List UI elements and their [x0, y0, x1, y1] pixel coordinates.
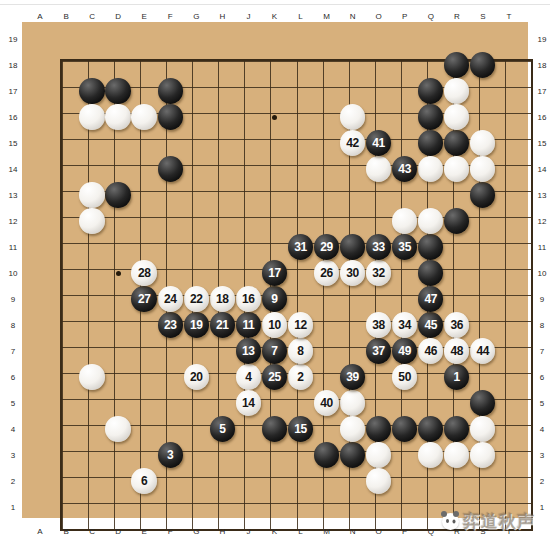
white-stone-H9: 18	[210, 286, 235, 311]
white-stone-S4	[470, 416, 495, 441]
row-label-left-8: 8	[11, 321, 15, 330]
black-stone-Q11	[418, 234, 443, 259]
white-stone-L6: 2	[288, 364, 313, 389]
col-label-bottom-D: D	[115, 526, 121, 535]
col-label-bottom-A: A	[37, 526, 42, 535]
white-stone-E16	[131, 104, 156, 129]
col-label-top-Q: Q	[428, 12, 434, 21]
white-stone-O2	[366, 468, 391, 493]
row-label-left-7: 7	[11, 347, 15, 356]
black-stone-K6: 25	[262, 364, 287, 389]
black-stone-H8: 21	[210, 312, 235, 337]
black-stone-F16	[158, 104, 183, 129]
row-label-left-14: 14	[9, 165, 18, 174]
col-label-top-T: T	[507, 12, 512, 21]
row-label-right-18: 18	[538, 61, 547, 70]
white-stone-C16	[79, 104, 104, 129]
black-stone-L11: 31	[288, 234, 313, 259]
row-label-left-10: 10	[9, 269, 18, 278]
black-stone-O15: 41	[366, 130, 391, 155]
col-label-bottom-H: H	[220, 526, 226, 535]
black-stone-O7: 37	[366, 338, 391, 363]
row-label-right-2: 2	[540, 477, 544, 486]
col-label-top-O: O	[376, 12, 382, 21]
move-number: 17	[268, 267, 281, 279]
black-stone-N6: 39	[340, 364, 365, 389]
move-number: 36	[450, 319, 463, 331]
row-label-right-10: 10	[538, 269, 547, 278]
move-number: 43	[398, 163, 411, 175]
black-stone-G8: 19	[184, 312, 209, 337]
white-stone-L7: 8	[288, 338, 313, 363]
black-stone-C17	[79, 78, 104, 103]
star-point-K16	[272, 115, 277, 120]
row-label-right-6: 6	[540, 373, 544, 382]
move-number: 23	[164, 319, 177, 331]
black-stone-M3	[314, 442, 339, 467]
white-stone-Q12	[418, 208, 443, 233]
black-stone-Q17	[418, 78, 443, 103]
move-number: 24	[164, 293, 177, 305]
move-number: 25	[268, 371, 281, 383]
move-number: 30	[346, 267, 359, 279]
black-stone-F8: 23	[158, 312, 183, 337]
black-stone-S13	[470, 182, 495, 207]
black-stone-Q8: 45	[418, 312, 443, 337]
move-number: 50	[398, 371, 411, 383]
black-stone-K9: 9	[262, 286, 287, 311]
white-stone-O3	[366, 442, 391, 467]
white-stone-C12	[79, 208, 104, 233]
black-stone-M11: 29	[314, 234, 339, 259]
row-label-right-12: 12	[538, 217, 547, 226]
watermark: 弈道秋声	[442, 507, 535, 535]
row-label-left-12: 12	[9, 217, 18, 226]
move-number: 33	[372, 241, 385, 253]
move-number: 2	[297, 371, 303, 383]
move-number: 12	[294, 319, 307, 331]
col-label-top-J: J	[246, 12, 250, 21]
white-stone-Q7: 46	[418, 338, 443, 363]
row-label-left-11: 11	[9, 243, 17, 252]
col-label-top-B: B	[63, 12, 68, 21]
white-stone-J6: 4	[236, 364, 261, 389]
white-stone-D16	[105, 104, 130, 129]
white-stone-M10: 26	[314, 260, 339, 285]
row-label-left-17: 17	[9, 87, 18, 96]
white-stone-R17	[444, 78, 469, 103]
black-stone-Q9: 47	[418, 286, 443, 311]
move-number: 49	[398, 345, 411, 357]
black-stone-O11: 33	[366, 234, 391, 259]
white-stone-S14	[470, 156, 495, 181]
col-label-top-F: F	[168, 12, 173, 21]
white-stone-Q3	[418, 442, 443, 467]
col-label-bottom-M: M	[323, 526, 330, 535]
white-stone-N10: 30	[340, 260, 365, 285]
row-label-right-11: 11	[538, 243, 546, 252]
black-stone-N3	[340, 442, 365, 467]
move-number: 15	[294, 423, 307, 435]
black-stone-K4	[262, 416, 287, 441]
move-number: 4	[245, 371, 251, 383]
white-stone-R3	[444, 442, 469, 467]
move-number: 44	[477, 345, 490, 357]
move-number: 10	[268, 319, 281, 331]
col-label-top-M: M	[323, 12, 330, 21]
col-label-top-A: A	[37, 12, 42, 21]
white-stone-R7: 48	[444, 338, 469, 363]
white-stone-S7: 44	[470, 338, 495, 363]
star-point-D10	[116, 271, 121, 276]
row-label-right-7: 7	[540, 347, 544, 356]
move-number: 42	[346, 137, 359, 149]
col-label-bottom-N: N	[350, 526, 356, 535]
white-stone-L8: 12	[288, 312, 313, 337]
move-number: 9	[271, 293, 277, 305]
white-stone-N5	[340, 390, 365, 415]
col-label-bottom-L: L	[298, 526, 302, 535]
row-label-right-19: 19	[538, 35, 547, 44]
row-label-left-19: 19	[9, 35, 18, 44]
page-divider-line	[0, 4, 550, 5]
move-number: 29	[320, 241, 333, 253]
white-stone-M5: 40	[314, 390, 339, 415]
move-number: 11	[242, 319, 254, 331]
black-stone-P11: 35	[392, 234, 417, 259]
col-label-bottom-J: J	[246, 526, 250, 535]
black-stone-R4	[444, 416, 469, 441]
white-stone-S3	[470, 442, 495, 467]
move-number: 20	[190, 371, 203, 383]
move-number: 47	[424, 293, 437, 305]
col-label-top-E: E	[142, 12, 147, 21]
col-label-bottom-F: F	[168, 526, 173, 535]
white-stone-S15	[470, 130, 495, 155]
white-stone-N16	[340, 104, 365, 129]
col-label-top-N: N	[350, 12, 356, 21]
black-stone-Q4	[418, 416, 443, 441]
col-label-bottom-K: K	[272, 526, 277, 535]
row-label-left-13: 13	[9, 191, 18, 200]
white-stone-P6: 50	[392, 364, 417, 389]
row-label-right-5: 5	[540, 399, 544, 408]
white-stone-Q14	[418, 156, 443, 181]
black-stone-D13	[105, 182, 130, 207]
move-number: 8	[297, 345, 303, 357]
black-stone-P4	[392, 416, 417, 441]
move-number: 35	[398, 241, 411, 253]
go-kifu-diagram: 1234567891011121314151617181920212223242…	[0, 0, 550, 550]
col-label-top-C: C	[89, 12, 95, 21]
white-stone-F9: 24	[158, 286, 183, 311]
move-number: 39	[346, 371, 359, 383]
black-stone-J8: 11	[236, 312, 261, 337]
col-label-bottom-G: G	[193, 526, 199, 535]
row-label-left-6: 6	[11, 373, 15, 382]
white-stone-P12	[392, 208, 417, 233]
black-stone-Q16	[418, 104, 443, 129]
row-label-right-14: 14	[538, 165, 547, 174]
white-stone-O8: 38	[366, 312, 391, 337]
col-label-top-K: K	[272, 12, 277, 21]
black-stone-R12	[444, 208, 469, 233]
white-stone-N15: 42	[340, 130, 365, 155]
move-number: 7	[271, 345, 277, 357]
black-stone-D17	[105, 78, 130, 103]
move-number: 45	[424, 319, 437, 331]
white-stone-P8: 34	[392, 312, 417, 337]
black-stone-L4: 15	[288, 416, 313, 441]
move-number: 19	[190, 319, 203, 331]
black-stone-H4: 5	[210, 416, 235, 441]
white-stone-E2: 6	[131, 468, 156, 493]
row-label-right-3: 3	[540, 451, 544, 460]
move-number: 37	[372, 345, 385, 357]
white-stone-D4	[105, 416, 130, 441]
row-label-right-4: 4	[540, 425, 544, 434]
col-label-top-H: H	[220, 12, 226, 21]
col-label-bottom-O: O	[376, 526, 382, 535]
white-stone-E10: 28	[131, 260, 156, 285]
row-label-left-4: 4	[11, 425, 15, 434]
white-stone-K8: 10	[262, 312, 287, 337]
row-label-left-9: 9	[11, 295, 15, 304]
black-stone-P7: 49	[392, 338, 417, 363]
row-label-left-5: 5	[11, 399, 15, 408]
black-stone-E9: 27	[131, 286, 156, 311]
row-label-left-1: 1	[11, 503, 15, 512]
white-stone-R16	[444, 104, 469, 129]
move-number: 32	[372, 267, 385, 279]
col-label-top-L: L	[298, 12, 302, 21]
row-label-right-16: 16	[538, 113, 547, 122]
move-number: 22	[190, 293, 203, 305]
panda-logo-icon	[442, 513, 459, 530]
col-label-bottom-C: C	[89, 526, 95, 535]
white-stone-G6: 20	[184, 364, 209, 389]
white-stone-J9: 16	[236, 286, 261, 311]
white-stone-C13	[79, 182, 104, 207]
row-label-right-15: 15	[538, 139, 547, 148]
move-number: 38	[372, 319, 385, 331]
black-stone-Q15	[418, 130, 443, 155]
move-number: 13	[242, 345, 255, 357]
col-label-bottom-B: B	[63, 526, 68, 535]
row-label-right-17: 17	[538, 87, 547, 96]
black-stone-N11	[340, 234, 365, 259]
row-label-left-18: 18	[9, 61, 18, 70]
row-label-left-2: 2	[11, 477, 15, 486]
black-stone-K7: 7	[262, 338, 287, 363]
move-number: 3	[167, 449, 173, 461]
white-stone-C6	[79, 364, 104, 389]
watermark-text: 弈道秋声	[463, 510, 535, 533]
col-label-top-P: P	[402, 12, 407, 21]
black-stone-P14: 43	[392, 156, 417, 181]
col-label-top-G: G	[193, 12, 199, 21]
black-stone-R6: 1	[444, 364, 469, 389]
col-label-bottom-E: E	[142, 526, 147, 535]
black-stone-F3: 3	[158, 442, 183, 467]
white-stone-J5: 14	[236, 390, 261, 415]
col-label-top-R: R	[454, 12, 460, 21]
black-stone-S5	[470, 390, 495, 415]
black-stone-Q10	[418, 260, 443, 285]
col-label-bottom-P: P	[402, 526, 407, 535]
move-number: 40	[320, 397, 333, 409]
move-number: 28	[138, 267, 151, 279]
black-stone-F14	[158, 156, 183, 181]
black-stone-S18	[470, 52, 495, 77]
move-number: 6	[141, 475, 147, 487]
black-stone-O4	[366, 416, 391, 441]
move-number: 46	[424, 345, 437, 357]
row-label-right-9: 9	[540, 295, 544, 304]
move-number: 34	[398, 319, 411, 331]
black-stone-F17	[158, 78, 183, 103]
white-stone-O10: 32	[366, 260, 391, 285]
row-label-left-16: 16	[9, 113, 18, 122]
move-number: 27	[138, 293, 151, 305]
move-number: 14	[242, 397, 255, 409]
move-number: 41	[372, 137, 385, 149]
black-stone-R18	[444, 52, 469, 77]
black-stone-R15	[444, 130, 469, 155]
row-label-left-15: 15	[9, 139, 18, 148]
move-number: 1	[454, 371, 460, 383]
white-stone-N4	[340, 416, 365, 441]
move-number: 31	[294, 241, 307, 253]
col-label-bottom-Q: Q	[428, 526, 434, 535]
white-stone-R14	[444, 156, 469, 181]
row-label-right-8: 8	[540, 321, 544, 330]
row-label-right-13: 13	[538, 191, 547, 200]
board-grid: 1234567891011121314151617181920212223242…	[27, 26, 522, 520]
black-stone-K10: 17	[262, 260, 287, 285]
move-number: 18	[216, 293, 229, 305]
col-label-top-S: S	[480, 12, 485, 21]
white-stone-G9: 22	[184, 286, 209, 311]
col-label-top-D: D	[115, 12, 121, 21]
move-number: 26	[320, 267, 333, 279]
row-label-left-3: 3	[11, 451, 15, 460]
move-number: 21	[216, 319, 229, 331]
black-stone-J7: 13	[236, 338, 261, 363]
white-stone-R8: 36	[444, 312, 469, 337]
move-number: 16	[242, 293, 255, 305]
row-label-right-1: 1	[540, 503, 544, 512]
move-number: 5	[219, 423, 225, 435]
white-stone-O14	[366, 156, 391, 181]
move-number: 48	[450, 345, 463, 357]
